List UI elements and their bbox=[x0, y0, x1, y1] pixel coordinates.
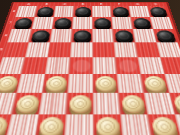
square-h8[interactable] bbox=[147, 6, 169, 17]
white-piece-h2[interactable] bbox=[172, 95, 180, 113]
black-piece-b6[interactable] bbox=[30, 30, 49, 41]
square-d7[interactable] bbox=[72, 17, 92, 29]
white-piece-f2[interactable] bbox=[121, 95, 145, 113]
square-b2[interactable] bbox=[11, 93, 42, 114]
square-d2[interactable] bbox=[66, 93, 93, 114]
square-b8[interactable] bbox=[34, 6, 55, 17]
square-b4[interactable] bbox=[21, 57, 47, 74]
square-e3[interactable] bbox=[93, 74, 119, 93]
square-e6[interactable] bbox=[92, 29, 113, 42]
square-c3[interactable] bbox=[42, 74, 69, 93]
square-c2[interactable] bbox=[39, 93, 68, 114]
move-hint-circle-d4[interactable] bbox=[71, 59, 91, 73]
white-piece-a3[interactable] bbox=[0, 75, 19, 91]
board-grid bbox=[0, 6, 180, 135]
white-piece-c3[interactable] bbox=[44, 75, 66, 91]
square-f1[interactable] bbox=[120, 114, 151, 135]
white-piece-e3[interactable] bbox=[95, 75, 116, 91]
square-e4[interactable] bbox=[93, 57, 117, 74]
white-piece-c1[interactable] bbox=[38, 116, 64, 135]
square-e5[interactable] bbox=[92, 42, 115, 57]
game-scene: ABCDEFGH 87654321 87654321 bbox=[0, 0, 180, 135]
black-piece-d8[interactable] bbox=[75, 7, 91, 16]
black-piece-c7[interactable] bbox=[54, 18, 72, 28]
square-d1[interactable] bbox=[64, 114, 93, 135]
square-h7[interactable] bbox=[150, 17, 173, 29]
black-piece-g7[interactable] bbox=[132, 18, 151, 28]
square-e8[interactable] bbox=[92, 6, 111, 17]
square-d4[interactable] bbox=[69, 57, 93, 74]
checkers-board: ABCDEFGH 87654321 87654321 bbox=[0, 2, 180, 135]
square-f4[interactable] bbox=[115, 57, 140, 74]
white-piece-d2[interactable] bbox=[68, 95, 91, 113]
square-b1[interactable] bbox=[6, 114, 39, 135]
black-piece-f8[interactable] bbox=[112, 7, 129, 16]
square-c4[interactable] bbox=[45, 57, 70, 74]
square-d5[interactable] bbox=[70, 42, 93, 57]
black-piece-h8[interactable] bbox=[149, 7, 167, 16]
square-c1[interactable] bbox=[35, 114, 66, 135]
square-b6[interactable] bbox=[28, 29, 51, 42]
square-b5[interactable] bbox=[25, 42, 50, 57]
square-f3[interactable] bbox=[117, 74, 144, 93]
square-c6[interactable] bbox=[50, 29, 72, 42]
square-d3[interactable] bbox=[67, 74, 92, 93]
white-piece-g1[interactable] bbox=[150, 116, 178, 135]
white-piece-b2[interactable] bbox=[14, 95, 39, 113]
square-h5[interactable] bbox=[156, 42, 180, 57]
square-d6[interactable] bbox=[71, 29, 92, 42]
move-hint-circle-f4[interactable] bbox=[117, 59, 138, 73]
black-piece-f6[interactable] bbox=[114, 30, 133, 41]
square-h6[interactable] bbox=[153, 29, 178, 42]
square-h4[interactable] bbox=[160, 57, 180, 74]
square-d8[interactable] bbox=[73, 6, 92, 17]
square-f2[interactable] bbox=[118, 93, 147, 114]
square-f6[interactable] bbox=[112, 29, 135, 42]
square-e7[interactable] bbox=[92, 17, 112, 29]
black-piece-d6[interactable] bbox=[73, 30, 91, 41]
black-piece-e7[interactable] bbox=[94, 18, 111, 28]
white-piece-g3[interactable] bbox=[143, 75, 167, 91]
square-e2[interactable] bbox=[93, 93, 120, 114]
black-piece-a7[interactable] bbox=[13, 18, 32, 28]
black-piece-h6[interactable] bbox=[155, 30, 176, 41]
square-f8[interactable] bbox=[110, 6, 130, 17]
square-c8[interactable] bbox=[54, 6, 74, 17]
white-piece-e1[interactable] bbox=[95, 116, 120, 135]
square-e1[interactable] bbox=[93, 114, 122, 135]
square-f5[interactable] bbox=[114, 42, 138, 57]
square-b7[interactable] bbox=[32, 17, 54, 29]
square-f7[interactable] bbox=[111, 17, 132, 29]
square-c5[interactable] bbox=[47, 42, 71, 57]
black-piece-b8[interactable] bbox=[36, 7, 53, 16]
square-b3[interactable] bbox=[17, 74, 45, 93]
square-c7[interactable] bbox=[52, 17, 73, 29]
